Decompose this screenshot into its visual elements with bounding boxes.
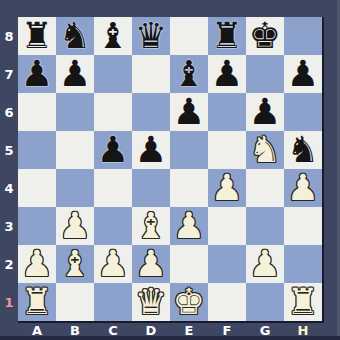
- piece-white-pawn: ♟: [170, 207, 208, 245]
- piece-black-bishop: ♝: [94, 17, 132, 55]
- rank-label-7: 7: [0, 55, 18, 93]
- square-d5[interactable]: ♟: [132, 131, 170, 169]
- square-e5[interactable]: [170, 131, 208, 169]
- square-f2[interactable]: [208, 245, 246, 283]
- square-f4[interactable]: ♟: [208, 169, 246, 207]
- square-b6[interactable]: [56, 93, 94, 131]
- rank-label-1: 1: [0, 283, 18, 321]
- piece-white-rook: ♜: [18, 283, 56, 321]
- piece-white-pawn: ♟: [94, 245, 132, 283]
- piece-black-pawn: ♟: [94, 131, 132, 169]
- square-f7[interactable]: ♟: [208, 55, 246, 93]
- rank-label-8: 8: [0, 17, 18, 55]
- file-label-g: G: [246, 323, 284, 337]
- chess-board-widget: 87654321 ♜♞♝♛♜♚♟♟♝♟♟♟♟♟♟♞♞♟♟♟♝♟♟♝♟♟♟♜♛♚♜…: [0, 0, 340, 340]
- rank-label-5: 5: [0, 131, 18, 169]
- square-b7[interactable]: ♟: [56, 55, 94, 93]
- square-a8[interactable]: ♜: [18, 17, 56, 55]
- square-g2[interactable]: ♟: [246, 245, 284, 283]
- rank-label-3: 3: [0, 207, 18, 245]
- piece-white-knight: ♞: [246, 131, 284, 169]
- square-g4[interactable]: [246, 169, 284, 207]
- square-c7[interactable]: [94, 55, 132, 93]
- square-d6[interactable]: [132, 93, 170, 131]
- square-a6[interactable]: [18, 93, 56, 131]
- piece-black-knight: ♞: [284, 131, 322, 169]
- square-a3[interactable]: [18, 207, 56, 245]
- square-b2[interactable]: ♝: [56, 245, 94, 283]
- piece-white-pawn: ♟: [18, 245, 56, 283]
- square-a2[interactable]: ♟: [18, 245, 56, 283]
- square-d3[interactable]: ♝: [132, 207, 170, 245]
- square-g7[interactable]: [246, 55, 284, 93]
- piece-black-knight: ♞: [56, 17, 94, 55]
- piece-black-pawn: ♟: [56, 55, 94, 93]
- file-label-c: C: [94, 323, 132, 337]
- piece-white-pawn: ♟: [132, 245, 170, 283]
- square-e8[interactable]: [170, 17, 208, 55]
- square-c5[interactable]: ♟: [94, 131, 132, 169]
- square-h6[interactable]: [284, 93, 322, 131]
- square-c2[interactable]: ♟: [94, 245, 132, 283]
- file-label-d: D: [132, 323, 170, 337]
- piece-white-king: ♚: [170, 283, 208, 321]
- square-b3[interactable]: ♟: [56, 207, 94, 245]
- piece-white-rook: ♜: [284, 283, 322, 321]
- square-c1[interactable]: [94, 283, 132, 321]
- file-label-b: B: [56, 323, 94, 337]
- rank-label-4: 4: [0, 169, 18, 207]
- square-e2[interactable]: [170, 245, 208, 283]
- square-a5[interactable]: [18, 131, 56, 169]
- square-g3[interactable]: [246, 207, 284, 245]
- square-b4[interactable]: [56, 169, 94, 207]
- square-d8[interactable]: ♛: [132, 17, 170, 55]
- square-f3[interactable]: [208, 207, 246, 245]
- square-d4[interactable]: [132, 169, 170, 207]
- piece-black-pawn: ♟: [284, 55, 322, 93]
- square-a4[interactable]: [18, 169, 56, 207]
- square-h4[interactable]: ♟: [284, 169, 322, 207]
- square-d1[interactable]: ♛: [132, 283, 170, 321]
- square-g5[interactable]: ♞: [246, 131, 284, 169]
- square-e3[interactable]: ♟: [170, 207, 208, 245]
- square-c3[interactable]: [94, 207, 132, 245]
- square-g6[interactable]: ♟: [246, 93, 284, 131]
- file-label-e: E: [170, 323, 208, 337]
- piece-white-pawn: ♟: [56, 207, 94, 245]
- piece-black-rook: ♜: [208, 17, 246, 55]
- square-b1[interactable]: [56, 283, 94, 321]
- file-label-f: F: [208, 323, 246, 337]
- square-h2[interactable]: [284, 245, 322, 283]
- piece-black-pawn: ♟: [208, 55, 246, 93]
- frame-bottom-edge: [0, 336, 340, 340]
- piece-black-queen: ♛: [132, 17, 170, 55]
- piece-black-pawn: ♟: [132, 131, 170, 169]
- piece-black-pawn: ♟: [246, 93, 284, 131]
- piece-black-bishop: ♝: [170, 55, 208, 93]
- square-e6[interactable]: ♟: [170, 93, 208, 131]
- piece-white-bishop: ♝: [56, 245, 94, 283]
- square-e1[interactable]: ♚: [170, 283, 208, 321]
- square-g8[interactable]: ♚: [246, 17, 284, 55]
- square-g1[interactable]: [246, 283, 284, 321]
- chess-board[interactable]: ♜♞♝♛♜♚♟♟♝♟♟♟♟♟♟♞♞♟♟♟♝♟♟♝♟♟♟♜♛♚♜: [18, 17, 324, 323]
- square-h8[interactable]: [284, 17, 322, 55]
- square-f6[interactable]: [208, 93, 246, 131]
- piece-white-queen: ♛: [132, 283, 170, 321]
- square-a7[interactable]: ♟: [18, 55, 56, 93]
- piece-white-pawn: ♟: [246, 245, 284, 283]
- square-f5[interactable]: [208, 131, 246, 169]
- piece-white-bishop: ♝: [132, 207, 170, 245]
- square-b5[interactable]: [56, 131, 94, 169]
- file-label-h: H: [284, 323, 322, 337]
- square-c6[interactable]: [94, 93, 132, 131]
- piece-black-king: ♚: [246, 17, 284, 55]
- square-a1[interactable]: ♜: [18, 283, 56, 321]
- file-label-a: A: [18, 323, 56, 337]
- square-f1[interactable]: [208, 283, 246, 321]
- piece-white-pawn: ♟: [208, 169, 246, 207]
- square-f8[interactable]: ♜: [208, 17, 246, 55]
- piece-white-pawn: ♟: [284, 169, 322, 207]
- piece-black-pawn: ♟: [18, 55, 56, 93]
- square-e4[interactable]: [170, 169, 208, 207]
- square-c4[interactable]: [94, 169, 132, 207]
- rank-label-2: 2: [0, 245, 18, 283]
- square-h3[interactable]: [284, 207, 322, 245]
- square-h5[interactable]: ♞: [284, 131, 322, 169]
- rank-labels: 87654321: [0, 17, 18, 321]
- square-c8[interactable]: ♝: [94, 17, 132, 55]
- rank-label-6: 6: [0, 93, 18, 131]
- square-b8[interactable]: ♞: [56, 17, 94, 55]
- piece-black-pawn: ♟: [170, 93, 208, 131]
- square-e7[interactable]: ♝: [170, 55, 208, 93]
- piece-black-rook: ♜: [18, 17, 56, 55]
- square-d2[interactable]: ♟: [132, 245, 170, 283]
- square-d7[interactable]: [132, 55, 170, 93]
- square-h7[interactable]: ♟: [284, 55, 322, 93]
- file-labels: ABCDEFGH: [18, 323, 324, 337]
- square-h1[interactable]: ♜: [284, 283, 322, 321]
